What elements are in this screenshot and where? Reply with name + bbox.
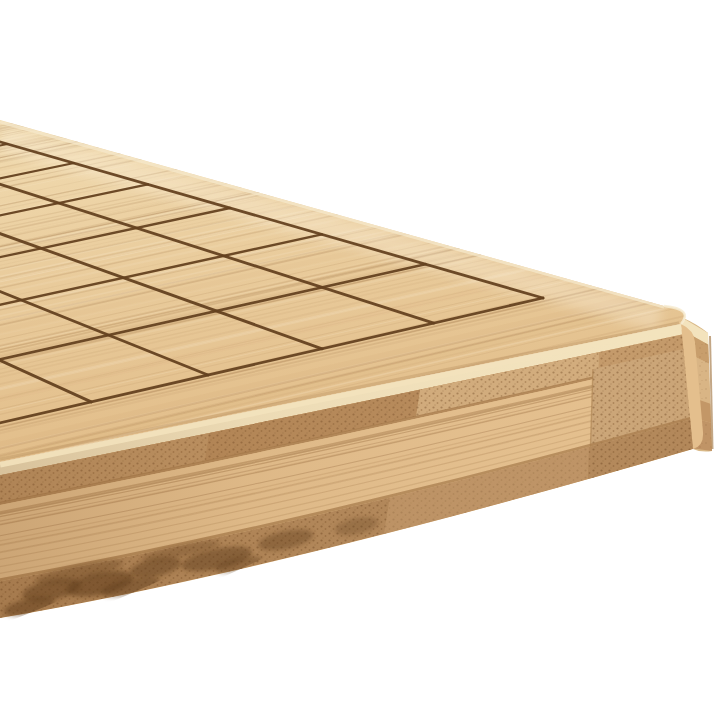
go-board <box>0 0 720 720</box>
product-photo <box>0 0 720 720</box>
